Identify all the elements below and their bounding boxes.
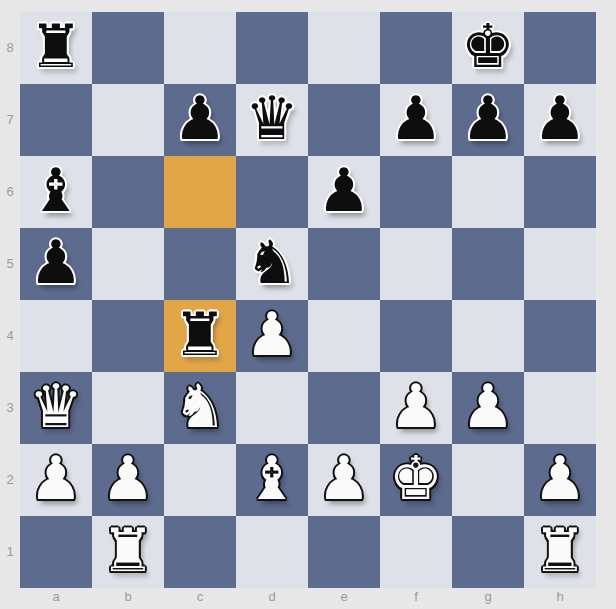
white-pawn[interactable]: ♟: [29, 448, 83, 508]
chess-board-page: 87654321 ♜♚♟♛♟♟♟♝♟♟♞♜♟♛♞♟♟♟♟♝♟♚♟♜♜ abcde…: [0, 0, 616, 609]
square-h1[interactable]: ♜: [524, 516, 596, 588]
black-king[interactable]: ♚: [461, 16, 515, 76]
black-pawn[interactable]: ♟: [317, 160, 371, 220]
square-b8[interactable]: [92, 12, 164, 84]
square-e1[interactable]: [308, 516, 380, 588]
square-c5[interactable]: [164, 228, 236, 300]
black-pawn[interactable]: ♟: [389, 88, 443, 148]
square-f2[interactable]: ♚: [380, 444, 452, 516]
square-f7[interactable]: ♟: [380, 84, 452, 156]
square-b4[interactable]: [92, 300, 164, 372]
square-d1[interactable]: [236, 516, 308, 588]
rank-label-6: 6: [0, 156, 20, 228]
white-pawn[interactable]: ♟: [245, 304, 299, 364]
white-rook[interactable]: ♜: [533, 520, 587, 580]
black-pawn[interactable]: ♟: [461, 88, 515, 148]
square-a1[interactable]: [20, 516, 92, 588]
file-label-a: a: [20, 586, 92, 608]
square-d7[interactable]: ♛: [236, 84, 308, 156]
file-label-d: d: [236, 586, 308, 608]
black-pawn[interactable]: ♟: [173, 88, 227, 148]
square-a4[interactable]: [20, 300, 92, 372]
square-b7[interactable]: [92, 84, 164, 156]
rank-label-4: 4: [0, 300, 20, 372]
white-pawn[interactable]: ♟: [101, 448, 155, 508]
square-d2[interactable]: ♝: [236, 444, 308, 516]
white-queen[interactable]: ♛: [29, 376, 83, 436]
square-a7[interactable]: [20, 84, 92, 156]
square-g2[interactable]: [452, 444, 524, 516]
rank-label-2: 2: [0, 444, 20, 516]
square-c2[interactable]: [164, 444, 236, 516]
square-c7[interactable]: ♟: [164, 84, 236, 156]
square-g4[interactable]: [452, 300, 524, 372]
square-d3[interactable]: [236, 372, 308, 444]
black-pawn[interactable]: ♟: [29, 232, 83, 292]
square-h6[interactable]: [524, 156, 596, 228]
square-c6[interactable]: [164, 156, 236, 228]
square-b1[interactable]: ♜: [92, 516, 164, 588]
file-label-g: g: [452, 586, 524, 608]
square-d4[interactable]: ♟: [236, 300, 308, 372]
square-e7[interactable]: [308, 84, 380, 156]
white-bishop[interactable]: ♝: [245, 448, 299, 508]
rank-labels: 87654321: [0, 12, 20, 588]
square-b3[interactable]: [92, 372, 164, 444]
white-pawn[interactable]: ♟: [533, 448, 587, 508]
white-pawn[interactable]: ♟: [389, 376, 443, 436]
square-g8[interactable]: ♚: [452, 12, 524, 84]
square-d6[interactable]: [236, 156, 308, 228]
square-a2[interactable]: ♟: [20, 444, 92, 516]
rank-label-5: 5: [0, 228, 20, 300]
square-c4[interactable]: ♜: [164, 300, 236, 372]
black-rook[interactable]: ♜: [173, 304, 227, 364]
rank-label-7: 7: [0, 84, 20, 156]
square-c1[interactable]: [164, 516, 236, 588]
square-f6[interactable]: [380, 156, 452, 228]
square-e3[interactable]: [308, 372, 380, 444]
black-queen[interactable]: ♛: [245, 88, 299, 148]
square-f8[interactable]: [380, 12, 452, 84]
square-f4[interactable]: [380, 300, 452, 372]
rank-label-3: 3: [0, 372, 20, 444]
black-knight[interactable]: ♞: [245, 232, 299, 292]
black-rook[interactable]: ♜: [29, 16, 83, 76]
square-f3[interactable]: ♟: [380, 372, 452, 444]
black-pawn[interactable]: ♟: [533, 88, 587, 148]
square-h4[interactable]: [524, 300, 596, 372]
white-king[interactable]: ♚: [389, 448, 443, 508]
black-bishop[interactable]: ♝: [29, 160, 83, 220]
file-label-c: c: [164, 586, 236, 608]
square-g3[interactable]: ♟: [452, 372, 524, 444]
white-pawn[interactable]: ♟: [461, 376, 515, 436]
rank-label-8: 8: [0, 12, 20, 84]
square-h2[interactable]: ♟: [524, 444, 596, 516]
square-b6[interactable]: [92, 156, 164, 228]
chess-board[interactable]: ♜♚♟♛♟♟♟♝♟♟♞♜♟♛♞♟♟♟♟♝♟♚♟♜♜: [20, 12, 596, 588]
square-b5[interactable]: [92, 228, 164, 300]
square-d8[interactable]: [236, 12, 308, 84]
rank-label-1: 1: [0, 516, 20, 588]
square-a5[interactable]: ♟: [20, 228, 92, 300]
square-e6[interactable]: ♟: [308, 156, 380, 228]
square-e8[interactable]: [308, 12, 380, 84]
square-g5[interactable]: [452, 228, 524, 300]
file-label-b: b: [92, 586, 164, 608]
square-h3[interactable]: [524, 372, 596, 444]
square-h7[interactable]: ♟: [524, 84, 596, 156]
square-e4[interactable]: [308, 300, 380, 372]
square-e2[interactable]: ♟: [308, 444, 380, 516]
square-b2[interactable]: ♟: [92, 444, 164, 516]
square-h5[interactable]: [524, 228, 596, 300]
square-a8[interactable]: ♜: [20, 12, 92, 84]
white-rook[interactable]: ♜: [101, 520, 155, 580]
square-d5[interactable]: ♞: [236, 228, 308, 300]
square-a3[interactable]: ♛: [20, 372, 92, 444]
square-e5[interactable]: [308, 228, 380, 300]
square-f1[interactable]: [380, 516, 452, 588]
square-a6[interactable]: ♝: [20, 156, 92, 228]
square-h8[interactable]: [524, 12, 596, 84]
file-label-h: h: [524, 586, 596, 608]
white-pawn[interactable]: ♟: [317, 448, 371, 508]
square-c3[interactable]: ♞: [164, 372, 236, 444]
white-knight[interactable]: ♞: [173, 376, 227, 436]
file-label-e: e: [308, 586, 380, 608]
square-g7[interactable]: ♟: [452, 84, 524, 156]
square-g1[interactable]: [452, 516, 524, 588]
file-label-f: f: [380, 586, 452, 608]
square-c8[interactable]: [164, 12, 236, 84]
file-labels: abcdefgh: [20, 586, 596, 608]
square-f5[interactable]: [380, 228, 452, 300]
square-g6[interactable]: [452, 156, 524, 228]
